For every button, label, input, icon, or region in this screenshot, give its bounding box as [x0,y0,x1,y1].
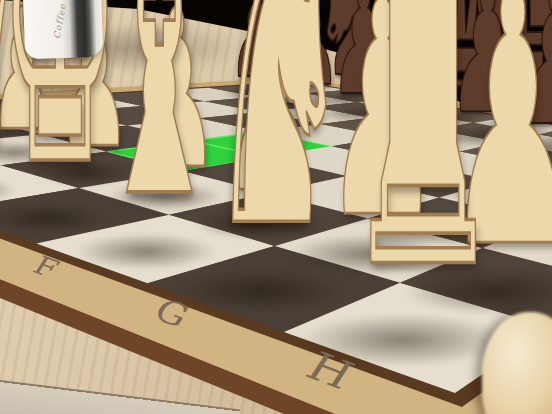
chess-scene: DEFGH1256 ♜♞♝♛♚♝♟♟♟♟♟♟♟♟♟♟♟♟♟♟♛♚♝♞♜ Coff… [0,0,552,414]
cup-label: Coffee [52,3,68,40]
pieces-layer: ♜♞♝♛♚♝♟♟♟♟♟♟♟♟♟♟♟♟♟♟♛♚♝♞♜ [0,0,552,414]
piece-white-rook-h1[interactable]: ♜ [331,0,517,346]
coffee-cup: Coffee [23,0,103,59]
